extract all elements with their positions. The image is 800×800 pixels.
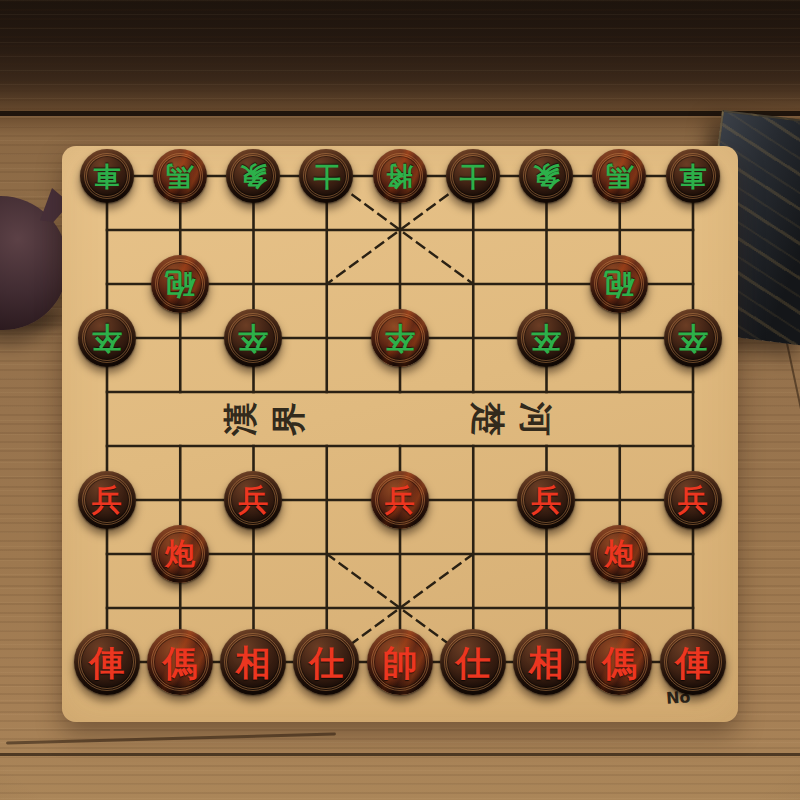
xiangqi-piece-red-兵[interactable]: 兵 (664, 471, 722, 529)
piece-character: 馬 (606, 163, 633, 190)
piece-character: 車 (679, 163, 706, 190)
xiangqi-piece-red-兵[interactable]: 兵 (78, 471, 136, 529)
xiangqi-piece-black-將[interactable]: 將 (373, 149, 427, 203)
xiangqi-piece-red-仕[interactable]: 仕 (440, 629, 506, 695)
xiangqi-piece-black-砲[interactable]: 砲 (151, 255, 209, 313)
xiangqi-piece-red-俥[interactable]: 俥 (660, 629, 726, 695)
xiangqi-piece-black-卒[interactable]: 卒 (664, 309, 722, 367)
piece-character: 帥 (382, 645, 417, 680)
piece-character: 卒 (531, 323, 561, 353)
xiangqi-piece-black-砲[interactable]: 砲 (590, 255, 648, 313)
xiangqi-piece-black-卒[interactable]: 卒 (517, 309, 575, 367)
board-mat: 漢 界 楚 河 No 車馬象士將士象馬車砲砲卒卒卒卒卒兵兵兵兵兵炮炮俥傌相仕帥仕… (62, 146, 738, 722)
piece-character: 兵 (238, 485, 268, 515)
piece-character: 炮 (604, 539, 634, 569)
xiangqi-piece-red-仕[interactable]: 仕 (293, 629, 359, 695)
piece-character: 卒 (385, 323, 415, 353)
xiangqi-piece-black-車[interactable]: 車 (80, 149, 134, 203)
piece-character: 卒 (678, 323, 708, 353)
piece-character: 仕 (309, 645, 344, 680)
piece-character: 卒 (92, 323, 122, 353)
xiangqi-piece-red-兵[interactable]: 兵 (371, 471, 429, 529)
piece-character: 相 (236, 645, 271, 680)
piece-character: 兵 (385, 485, 415, 515)
piece-character: 相 (529, 645, 564, 680)
xiangqi-piece-black-卒[interactable]: 卒 (224, 309, 282, 367)
piece-character: 卒 (238, 323, 268, 353)
piece-character: 傌 (602, 645, 637, 680)
xiangqi-piece-black-士[interactable]: 士 (299, 149, 353, 203)
piece-character: 仕 (455, 645, 490, 680)
piece-character: 士 (459, 163, 486, 190)
piece-character: 兵 (92, 485, 122, 515)
scene: 漢 界 楚 河 No 車馬象士將士象馬車砲砲卒卒卒卒卒兵兵兵兵兵炮炮俥傌相仕帥仕… (0, 0, 800, 800)
xiangqi-piece-black-象[interactable]: 象 (226, 149, 280, 203)
piece-character: 馬 (166, 163, 193, 190)
xiangqi-piece-red-炮[interactable]: 炮 (151, 525, 209, 583)
piece-character: 象 (240, 163, 267, 190)
xiangqi-piece-red-兵[interactable]: 兵 (517, 471, 575, 529)
xiangqi-piece-red-兵[interactable]: 兵 (224, 471, 282, 529)
piece-character: 俥 (675, 645, 710, 680)
xiangqi-piece-black-馬[interactable]: 馬 (592, 149, 646, 203)
piece-character: 兵 (531, 485, 561, 515)
piece-character: 車 (93, 163, 120, 190)
pieces-grid: 車馬象士將士象馬車砲砲卒卒卒卒卒兵兵兵兵兵炮炮俥傌相仕帥仕相傌俥 (70, 149, 730, 689)
xiangqi-piece-black-士[interactable]: 士 (446, 149, 500, 203)
xiangqi-piece-red-傌[interactable]: 傌 (586, 629, 652, 695)
xiangqi-piece-black-馬[interactable]: 馬 (153, 149, 207, 203)
piece-character: 炮 (165, 539, 195, 569)
xiangqi-piece-red-俥[interactable]: 俥 (74, 629, 140, 695)
xiangqi-piece-black-卒[interactable]: 卒 (371, 309, 429, 367)
xiangqi-piece-red-炮[interactable]: 炮 (590, 525, 648, 583)
piece-character: 將 (386, 163, 413, 190)
piece-character: 砲 (604, 269, 634, 299)
xiangqi-piece-red-相[interactable]: 相 (220, 629, 286, 695)
piece-character: 砲 (165, 269, 195, 299)
table-edge-seam (0, 111, 800, 116)
xiangqi-piece-black-象[interactable]: 象 (519, 149, 573, 203)
piece-character: 兵 (678, 485, 708, 515)
piece-character: 俥 (89, 645, 124, 680)
plank-seam (0, 753, 800, 756)
xiangqi-piece-black-卒[interactable]: 卒 (78, 309, 136, 367)
xiangqi-piece-black-車[interactable]: 車 (666, 149, 720, 203)
xiangqi-piece-red-帥[interactable]: 帥 (367, 629, 433, 695)
piece-character: 士 (313, 163, 340, 190)
piece-character: 傌 (162, 645, 197, 680)
piece-character: 象 (533, 163, 560, 190)
xiangqi-piece-red-相[interactable]: 相 (513, 629, 579, 695)
xiangqi-piece-red-傌[interactable]: 傌 (147, 629, 213, 695)
